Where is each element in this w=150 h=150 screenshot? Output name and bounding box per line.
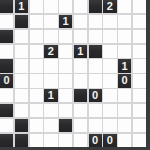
cell-r3c3: 2 bbox=[44, 45, 57, 58]
cell-r8c2[interactable] bbox=[30, 119, 43, 132]
cell-r9c5[interactable] bbox=[74, 134, 87, 147]
cell-r4c0 bbox=[0, 59, 13, 72]
clue-number: 0 bbox=[107, 135, 113, 146]
cell-r4c7[interactable] bbox=[103, 59, 116, 72]
cell-r1c4: 1 bbox=[59, 15, 72, 28]
cell-r5c0: 0 bbox=[0, 74, 13, 87]
cell-r8c4 bbox=[59, 119, 72, 132]
cell-r7c4[interactable] bbox=[59, 104, 72, 117]
cell-r6c0[interactable] bbox=[0, 89, 13, 102]
cell-r0c7: 2 bbox=[103, 0, 116, 13]
cell-r9c2[interactable] bbox=[30, 134, 43, 147]
cell-r9c8[interactable] bbox=[118, 134, 131, 147]
cell-r0c8[interactable] bbox=[118, 0, 131, 13]
cell-r2c7[interactable] bbox=[103, 30, 116, 43]
cell-r3c7[interactable] bbox=[103, 45, 116, 58]
cell-r9c1 bbox=[15, 134, 28, 147]
cell-r7c8[interactable] bbox=[118, 104, 131, 117]
cell-r1c7[interactable] bbox=[103, 15, 116, 28]
cell-r2c9[interactable] bbox=[133, 30, 146, 43]
cell-r0c9[interactable] bbox=[133, 0, 146, 13]
cell-r9c7: 0 bbox=[103, 134, 116, 147]
cell-r3c1[interactable] bbox=[15, 45, 28, 58]
cell-r8c1 bbox=[15, 119, 28, 132]
cell-r3c0[interactable] bbox=[0, 45, 13, 58]
cell-r7c1[interactable] bbox=[15, 104, 28, 117]
cell-r6c6: 0 bbox=[89, 89, 102, 102]
cell-r3c8[interactable] bbox=[118, 45, 131, 58]
cell-r3c5: 1 bbox=[74, 45, 87, 58]
cell-r6c4[interactable] bbox=[59, 89, 72, 102]
cell-r5c2[interactable] bbox=[30, 74, 43, 87]
cell-r5c6[interactable] bbox=[89, 74, 102, 87]
cell-r6c9[interactable] bbox=[133, 89, 146, 102]
cell-r3c9[interactable] bbox=[133, 45, 146, 58]
cell-r9c3[interactable] bbox=[44, 134, 57, 147]
cell-r0c1: 1 bbox=[15, 0, 28, 13]
cell-r8c9[interactable] bbox=[133, 119, 146, 132]
cell-r0c5[interactable] bbox=[74, 0, 87, 13]
cell-r7c3[interactable] bbox=[44, 104, 57, 117]
cell-r1c0[interactable] bbox=[0, 15, 13, 28]
cell-r9c0 bbox=[0, 134, 13, 147]
cell-r8c5[interactable] bbox=[74, 119, 87, 132]
clue-number: 1 bbox=[18, 1, 24, 12]
cell-r2c5[interactable] bbox=[74, 30, 87, 43]
cell-r7c0 bbox=[0, 104, 13, 117]
cell-r6c1[interactable] bbox=[15, 89, 28, 102]
cell-r1c1 bbox=[15, 15, 28, 28]
cell-r1c6[interactable] bbox=[89, 15, 102, 28]
cell-r5c5[interactable] bbox=[74, 74, 87, 87]
cell-r5c8: 0 bbox=[118, 74, 131, 87]
cell-r7c5[interactable] bbox=[74, 104, 87, 117]
cell-r1c8[interactable] bbox=[118, 15, 131, 28]
cell-r1c5[interactable] bbox=[74, 15, 87, 28]
cell-r7c2[interactable] bbox=[30, 104, 43, 117]
cell-r5c7[interactable] bbox=[103, 74, 116, 87]
clue-number: 0 bbox=[122, 75, 128, 86]
cell-r0c6 bbox=[89, 0, 102, 13]
cell-r4c5[interactable] bbox=[74, 59, 87, 72]
cell-r3c6 bbox=[89, 45, 102, 58]
cell-r8c7[interactable] bbox=[103, 119, 116, 132]
clue-number: 2 bbox=[107, 1, 113, 12]
clue-number: 0 bbox=[4, 75, 10, 86]
cell-r4c6[interactable] bbox=[89, 59, 102, 72]
cell-r0c3[interactable] bbox=[44, 0, 57, 13]
cell-r5c4[interactable] bbox=[59, 74, 72, 87]
clue-number: 1 bbox=[77, 46, 83, 57]
cell-r4c4[interactable] bbox=[59, 59, 72, 72]
cell-r6c5 bbox=[74, 89, 87, 102]
cell-r0c0 bbox=[0, 0, 13, 13]
clue-number: 0 bbox=[92, 90, 98, 101]
cell-r6c8[interactable] bbox=[118, 89, 131, 102]
clue-number: 1 bbox=[48, 90, 54, 101]
cell-r5c1[interactable] bbox=[15, 74, 28, 87]
cell-r1c9[interactable] bbox=[133, 15, 146, 28]
cell-r2c4[interactable] bbox=[59, 30, 72, 43]
cell-r8c0[interactable] bbox=[0, 119, 13, 132]
cell-r4c2[interactable] bbox=[30, 59, 43, 72]
cell-r3c4[interactable] bbox=[59, 45, 72, 58]
cell-r7c6[interactable] bbox=[89, 104, 102, 117]
clue-number: 2 bbox=[48, 46, 54, 57]
cell-r4c8: 1 bbox=[118, 59, 131, 72]
cell-r2c2[interactable] bbox=[30, 30, 43, 43]
cell-r9c6: 0 bbox=[89, 134, 102, 147]
cell-r8c8[interactable] bbox=[118, 119, 131, 132]
cell-r1c3[interactable] bbox=[44, 15, 57, 28]
cell-r7c9[interactable] bbox=[133, 104, 146, 117]
cell-r3c2[interactable] bbox=[30, 45, 43, 58]
cell-r1c2[interactable] bbox=[30, 15, 43, 28]
cell-r6c3: 1 bbox=[44, 89, 57, 102]
cell-r0c2[interactable] bbox=[30, 0, 43, 13]
clue-number: 1 bbox=[122, 61, 128, 72]
cell-r2c3[interactable] bbox=[44, 30, 57, 43]
cell-r6c2[interactable] bbox=[30, 89, 43, 102]
cell-r2c6[interactable] bbox=[89, 30, 102, 43]
cell-r2c0 bbox=[0, 30, 13, 43]
cell-r5c3[interactable] bbox=[44, 74, 57, 87]
cell-r7c7[interactable] bbox=[103, 104, 116, 117]
cell-r9c4[interactable] bbox=[59, 134, 72, 147]
cell-r5c9[interactable] bbox=[133, 74, 146, 87]
cell-r8c3[interactable] bbox=[44, 119, 57, 132]
cell-r4c3[interactable] bbox=[44, 59, 57, 72]
cell-r4c9[interactable] bbox=[133, 59, 146, 72]
clue-number: 1 bbox=[63, 16, 69, 27]
cell-r0c4[interactable] bbox=[59, 0, 72, 13]
puzzle-board: 121211001000 bbox=[0, 0, 150, 150]
cell-r4c1[interactable] bbox=[15, 59, 28, 72]
cell-r8c6[interactable] bbox=[89, 119, 102, 132]
cell-r6c7[interactable] bbox=[103, 89, 116, 102]
cell-r2c1[interactable] bbox=[15, 30, 28, 43]
cell-r2c8[interactable] bbox=[118, 30, 131, 43]
clue-number: 0 bbox=[92, 135, 98, 146]
cell-r9c9[interactable] bbox=[133, 134, 146, 147]
